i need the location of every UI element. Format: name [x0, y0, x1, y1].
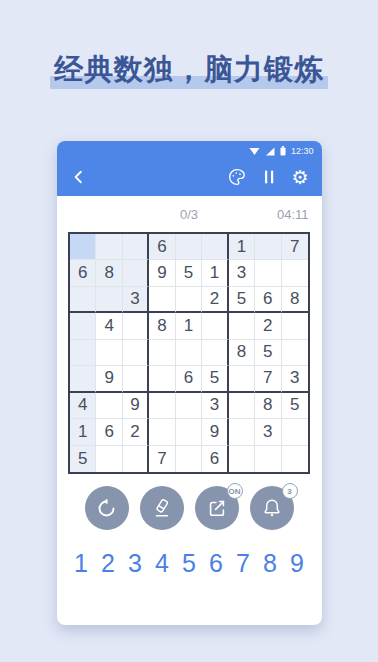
sudoku-cell-r1c1[interactable] [70, 234, 96, 260]
sudoku-cell-r2c5[interactable]: 5 [176, 260, 202, 286]
undo-button[interactable] [85, 486, 129, 530]
sudoku-cell-r9c4[interactable]: 7 [149, 446, 175, 472]
wifi-icon [249, 147, 260, 156]
sudoku-cell-r4c4[interactable]: 8 [149, 313, 175, 339]
sudoku-cell-r1c2[interactable] [96, 234, 122, 260]
signal-icon [265, 147, 275, 156]
sudoku-cell-r7c8[interactable]: 8 [255, 393, 281, 419]
phone-screen: 12:30 ⚙ 0/3 [57, 141, 322, 625]
sudoku-cell-r4c6[interactable] [202, 313, 228, 339]
sudoku-cell-r2c4[interactable]: 9 [149, 260, 175, 286]
sudoku-cell-r8c8[interactable]: 3 [255, 419, 281, 445]
sudoku-cell-r6c3[interactable] [123, 366, 149, 392]
sudoku-cell-r9c3[interactable] [123, 446, 149, 472]
game-timer: 04:11 [277, 207, 322, 222]
numpad-1[interactable]: 1 [74, 549, 88, 578]
sudoku-cell-r3c3[interactable]: 3 [123, 287, 149, 313]
numpad-7[interactable]: 7 [236, 549, 250, 578]
back-icon [70, 168, 88, 186]
eraser-button[interactable] [140, 486, 184, 530]
sudoku-cell-r4c2[interactable]: 4 [96, 313, 122, 339]
sudoku-cell-r6c4[interactable] [149, 366, 175, 392]
sudoku-cell-r9c8[interactable] [255, 446, 281, 472]
numpad-3[interactable]: 3 [128, 549, 142, 578]
sudoku-cell-r9c6[interactable]: 6 [202, 446, 228, 472]
status-time: 12:30 [291, 146, 314, 156]
pause-button[interactable] [262, 169, 276, 185]
numpad-2[interactable]: 2 [101, 549, 115, 578]
app-header: 12:30 ⚙ [57, 141, 322, 196]
sudoku-cell-r3c1[interactable] [70, 287, 96, 313]
sudoku-cell-r1c7[interactable]: 1 [229, 234, 255, 260]
sudoku-cell-r2c6[interactable]: 1 [202, 260, 228, 286]
sudoku-cell-r3c7[interactable]: 5 [229, 287, 255, 313]
sudoku-grid: 61768951332568481285965734938516293576 [68, 232, 310, 474]
sudoku-cell-r5c4[interactable] [149, 340, 175, 366]
nav-bar: ⚙ [57, 158, 322, 196]
sudoku-cell-r5c2[interactable] [96, 340, 122, 366]
sudoku-cell-r8c1[interactable]: 1 [70, 419, 96, 445]
sudoku-cell-r2c3[interactable] [123, 260, 149, 286]
sudoku-cell-r1c9[interactable]: 7 [282, 234, 308, 260]
sudoku-cell-r9c5[interactable] [176, 446, 202, 472]
sudoku-cell-r7c5[interactable] [176, 393, 202, 419]
sudoku-cell-r5c9[interactable] [282, 340, 308, 366]
sudoku-cell-r2c9[interactable] [282, 260, 308, 286]
banner-title: 经典数独，脑力锻炼 [54, 50, 324, 90]
sudoku-cell-r9c2[interactable] [96, 446, 122, 472]
undo-icon [95, 497, 118, 520]
sudoku-cell-r6c6[interactable]: 5 [202, 366, 228, 392]
numpad-9[interactable]: 9 [290, 549, 304, 578]
numpad-6[interactable]: 6 [209, 549, 223, 578]
numpad-8[interactable]: 8 [263, 549, 277, 578]
sudoku-cell-r1c8[interactable] [255, 234, 281, 260]
progress-row: 0/3 04:11 [57, 196, 322, 232]
sudoku-cell-r8c2[interactable]: 6 [96, 419, 122, 445]
sudoku-cell-r6c2[interactable]: 9 [96, 366, 122, 392]
sudoku-cell-r6c7[interactable] [229, 366, 255, 392]
sudoku-cell-r3c4[interactable] [149, 287, 175, 313]
sudoku-cell-r3c8[interactable]: 6 [255, 287, 281, 313]
sudoku-cell-r9c7[interactable] [229, 446, 255, 472]
number-pad: 123456789 [57, 549, 322, 578]
sudoku-cell-r7c3[interactable]: 9 [123, 393, 149, 419]
sudoku-cell-r4c5[interactable]: 1 [176, 313, 202, 339]
sudoku-cell-r8c3[interactable]: 2 [123, 419, 149, 445]
sudoku-cell-r3c9[interactable]: 8 [282, 287, 308, 313]
sudoku-cell-r7c1[interactable]: 4 [70, 393, 96, 419]
sudoku-cell-r6c8[interactable]: 7 [255, 366, 281, 392]
sudoku-cell-r2c8[interactable] [255, 260, 281, 286]
sudoku-cell-r6c1[interactable] [70, 366, 96, 392]
sudoku-cell-r8c9[interactable] [282, 419, 308, 445]
tool-bar: ON 3 [57, 486, 322, 530]
sudoku-cell-r1c4[interactable]: 6 [149, 234, 175, 260]
back-button[interactable] [70, 168, 88, 186]
gear-icon: ⚙ [291, 168, 308, 187]
sudoku-cell-r2c1[interactable]: 6 [70, 260, 96, 286]
sudoku-cell-r3c6[interactable]: 2 [202, 287, 228, 313]
sudoku-cell-r2c7[interactable]: 3 [229, 260, 255, 286]
status-bar: 12:30 [57, 141, 322, 158]
sudoku-cell-r8c7[interactable] [229, 419, 255, 445]
sudoku-cell-r1c6[interactable] [202, 234, 228, 260]
sudoku-cell-r6c9[interactable]: 3 [282, 366, 308, 392]
sudoku-cell-r5c8[interactable]: 5 [255, 340, 281, 366]
sudoku-cell-r3c5[interactable] [176, 287, 202, 313]
sudoku-cell-r1c5[interactable] [176, 234, 202, 260]
battery-icon [280, 146, 286, 156]
sudoku-cell-r7c4[interactable] [149, 393, 175, 419]
sudoku-cell-r3c2[interactable] [96, 287, 122, 313]
sudoku-cell-r2c2[interactable]: 8 [96, 260, 122, 286]
sudoku-cell-r5c6[interactable] [202, 340, 228, 366]
grid-wrap: 61768951332568481285965734938516293576 [57, 232, 322, 474]
hint-count-badge: 3 [282, 483, 298, 499]
palette-icon [227, 167, 247, 187]
sudoku-cell-r8c5[interactable] [176, 419, 202, 445]
sudoku-cell-r5c7[interactable]: 8 [229, 340, 255, 366]
sudoku-cell-r6c5[interactable]: 6 [176, 366, 202, 392]
theme-button[interactable] [227, 167, 247, 187]
sudoku-cell-r9c1[interactable]: 5 [70, 446, 96, 472]
numpad-4[interactable]: 4 [155, 549, 169, 578]
settings-button[interactable]: ⚙ [291, 168, 308, 187]
numpad-5[interactable]: 5 [182, 549, 196, 578]
promo-banner: 经典数独，脑力锻炼 [0, 0, 378, 141]
sudoku-cell-r7c2[interactable] [96, 393, 122, 419]
sudoku-cell-r4c3[interactable] [123, 313, 149, 339]
sudoku-cell-r7c9[interactable]: 5 [282, 393, 308, 419]
notes-on-badge: ON [227, 483, 243, 499]
sudoku-cell-r4c1[interactable] [70, 313, 96, 339]
sudoku-cell-r1c3[interactable] [123, 234, 149, 260]
eraser-icon [151, 497, 173, 519]
sudoku-cell-r7c6[interactable]: 3 [202, 393, 228, 419]
sudoku-cell-r4c9[interactable] [282, 313, 308, 339]
sudoku-cell-r8c6[interactable]: 9 [202, 419, 228, 445]
bell-icon [261, 497, 283, 519]
notes-button[interactable]: ON [195, 486, 239, 530]
hint-button[interactable]: 3 [250, 486, 294, 530]
sudoku-cell-r5c3[interactable] [123, 340, 149, 366]
notes-icon [206, 497, 228, 519]
pause-icon [262, 169, 276, 185]
sudoku-cell-r4c8[interactable]: 2 [255, 313, 281, 339]
sudoku-cell-r5c5[interactable] [176, 340, 202, 366]
sudoku-cell-r4c7[interactable] [229, 313, 255, 339]
sudoku-cell-r8c4[interactable] [149, 419, 175, 445]
sudoku-cell-r7c7[interactable] [229, 393, 255, 419]
sudoku-cell-r9c9[interactable] [282, 446, 308, 472]
sudoku-cell-r5c1[interactable] [70, 340, 96, 366]
